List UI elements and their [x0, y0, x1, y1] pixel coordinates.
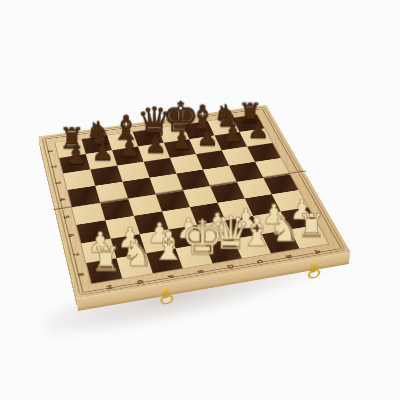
- piece-dark-pawn: ♟: [220, 121, 246, 146]
- piece-dark-pawn: ♟: [116, 135, 143, 160]
- brass-clasp-icon: [162, 287, 169, 299]
- piece-light-bishop: ♝: [151, 227, 182, 267]
- brass-clasp-icon: [310, 262, 317, 273]
- chess-board: ♜♞♝♛♚♝♞♜♟♟♟♟♟♟♟♟♟♟♟♟♟♟♟♟♜♞♝♚♛♝♞♜ HGFEDCB…: [38, 105, 350, 299]
- square-e3: [144, 158, 177, 178]
- piece-dark-pawn: ♟: [89, 139, 116, 164]
- piece-dark-pawn: ♟: [245, 117, 271, 141]
- piece-dark-pawn: ♟: [168, 128, 195, 153]
- square-b5: [237, 178, 272, 199]
- piece-light-rook: ♜: [297, 210, 327, 242]
- piece-light-rook: ♜: [90, 243, 121, 276]
- piece-dark-pawn: ♟: [142, 132, 169, 157]
- product-photo-chess-set: ♜♞♝♛♚♝♞♜♟♟♟♟♟♟♟♟♟♟♟♟♟♟♟♟♜♞♝♚♛♝♞♜ HGFEDCB…: [0, 0, 400, 400]
- piece-dark-pawn: ♟: [194, 124, 221, 149]
- piece-light-knight: ♞: [121, 235, 152, 271]
